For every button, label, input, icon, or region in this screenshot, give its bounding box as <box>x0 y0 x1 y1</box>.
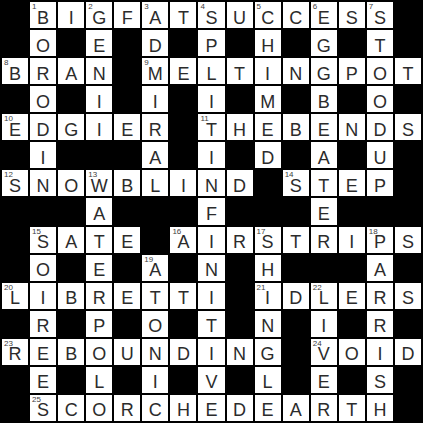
cell-r12c4[interactable]: U <box>114 339 140 365</box>
cell-letter: N <box>261 317 274 335</box>
cell-letter: W <box>91 177 108 195</box>
cell-r2c13[interactable]: O <box>367 58 393 84</box>
cell-r8c7[interactable]: I <box>198 227 224 253</box>
cell-r12c6[interactable]: D <box>170 339 196 365</box>
cell-r7c7[interactable]: F <box>198 198 224 224</box>
cell-r0c4[interactable]: F <box>114 2 140 28</box>
cell-r4c14[interactable]: S <box>395 114 421 140</box>
cell-r8c6[interactable]: 16A <box>170 227 196 253</box>
cell-letter: U <box>121 345 134 363</box>
cell-r13c13[interactable]: S <box>367 367 393 393</box>
cell-letter: U <box>373 149 386 167</box>
cell-r0c5[interactable]: 3A <box>142 2 168 28</box>
cell-r1c5[interactable]: D <box>142 30 168 56</box>
cell-letter: U <box>233 9 246 27</box>
cell-r1c11[interactable]: G <box>311 30 337 56</box>
cell-letter: D <box>233 401 246 419</box>
black-cell-r9c14 <box>395 255 421 281</box>
cell-letter: E <box>262 121 274 139</box>
cell-r5c13[interactable]: U <box>367 142 393 168</box>
clue-number: 23 <box>4 340 13 348</box>
cell-r10c5[interactable]: T <box>142 283 168 309</box>
cell-letter: B <box>9 65 21 83</box>
cell-r0c9[interactable]: 5C <box>255 2 281 28</box>
black-cell-r9c4 <box>114 255 140 281</box>
cell-letter: O <box>373 93 387 111</box>
cell-letter: B <box>318 93 330 111</box>
cell-letter: E <box>177 65 189 83</box>
black-cell-r7c5 <box>142 198 168 224</box>
black-cell-r1c14 <box>395 30 421 56</box>
cell-letter: R <box>37 317 50 335</box>
cell-letter: E <box>121 289 133 307</box>
cell-letter: I <box>153 373 158 391</box>
black-cell-r1c12 <box>339 30 365 56</box>
cell-r8c10[interactable]: T <box>283 227 309 253</box>
cell-letter: R <box>37 65 50 83</box>
cell-letter: T <box>206 121 217 139</box>
cell-r3c5[interactable]: I <box>142 86 168 112</box>
cell-r6c11[interactable]: T <box>311 170 337 196</box>
cell-letter: V <box>205 373 217 391</box>
cell-letter: S <box>402 289 414 307</box>
cell-r8c3[interactable]: T <box>86 227 112 253</box>
cell-letter: E <box>9 121 21 139</box>
cell-letter: L <box>263 373 273 391</box>
cell-r6c8[interactable]: D <box>227 170 253 196</box>
cell-letter: I <box>209 93 214 111</box>
cell-letter: T <box>150 289 161 307</box>
cell-r6c13[interactable]: P <box>367 170 393 196</box>
cell-r3c9[interactable]: M <box>255 86 281 112</box>
cell-r2c2[interactable]: A <box>58 58 84 84</box>
cell-r6c5[interactable]: L <box>142 170 168 196</box>
clue-number: 7 <box>369 3 373 11</box>
cell-r0c2[interactable]: I <box>58 2 84 28</box>
cell-letter: I <box>97 121 102 139</box>
black-cell-r13c8 <box>227 367 253 393</box>
cell-r2c3[interactable]: N <box>86 58 112 84</box>
cell-r6c0[interactable]: 12S <box>2 170 28 196</box>
cell-r11c1[interactable]: R <box>30 311 56 337</box>
cell-letter: T <box>178 289 189 307</box>
cell-r6c6[interactable]: I <box>170 170 196 196</box>
black-cell-r8c5 <box>142 227 168 253</box>
black-cell-r11c2 <box>58 311 84 337</box>
black-cell-r2c4 <box>114 58 140 84</box>
cell-letter: S <box>9 177 21 195</box>
cell-r4c1[interactable]: D <box>30 114 56 140</box>
cell-letter: F <box>206 205 217 223</box>
cell-r12c8[interactable]: N <box>227 339 253 365</box>
cell-r14c8[interactable]: D <box>227 395 253 421</box>
cell-letter: T <box>206 317 217 335</box>
cell-r10c12[interactable]: E <box>339 283 365 309</box>
cell-r13c11[interactable]: E <box>311 367 337 393</box>
black-cell-r4c6 <box>170 114 196 140</box>
cell-r14c7[interactable]: E <box>198 395 224 421</box>
cell-letter: S <box>37 233 49 251</box>
cell-r11c7[interactable]: T <box>198 311 224 337</box>
cell-r14c5[interactable]: C <box>142 395 168 421</box>
cell-letter: N <box>205 261 218 279</box>
cell-r0c3[interactable]: 2G <box>86 2 112 28</box>
black-cell-r11c12 <box>339 311 365 337</box>
cell-r4c8[interactable]: H <box>227 114 253 140</box>
cell-r2c7[interactable]: L <box>198 58 224 84</box>
cell-letter: A <box>65 233 77 251</box>
cell-letter: R <box>317 401 330 419</box>
cell-letter: O <box>92 345 106 363</box>
black-cell-r11c10 <box>283 311 309 337</box>
cell-r8c2[interactable]: A <box>58 227 84 253</box>
cell-r7c3[interactable]: A <box>86 198 112 224</box>
cell-letter: R <box>373 289 386 307</box>
cell-r12c1[interactable]: E <box>30 339 56 365</box>
cell-r1c1[interactable]: O <box>30 30 56 56</box>
black-cell-r5c12 <box>339 142 365 168</box>
black-cell-r5c2 <box>58 142 84 168</box>
cell-letter: C <box>149 401 162 419</box>
black-cell-r3c6 <box>170 86 196 112</box>
cell-r0c10[interactable]: C <box>283 2 309 28</box>
black-cell-r1c4 <box>114 30 140 56</box>
cell-r11c5[interactable]: O <box>142 311 168 337</box>
cell-r8c9[interactable]: 17S <box>255 227 281 253</box>
cell-r2c10[interactable]: N <box>283 58 309 84</box>
cell-r12c9[interactable]: G <box>255 339 281 365</box>
cell-r9c5[interactable]: 19A <box>142 255 168 281</box>
black-cell-r6c14 <box>395 170 421 196</box>
cell-r13c1[interactable]: E <box>30 367 56 393</box>
cell-letter: D <box>373 121 386 139</box>
cell-r6c3[interactable]: 13W <box>86 170 112 196</box>
cell-letter: A <box>290 401 302 419</box>
cell-r0c8[interactable]: U <box>227 2 253 28</box>
cell-letter: T <box>402 65 413 83</box>
cell-r6c4[interactable]: B <box>114 170 140 196</box>
black-cell-r0c0 <box>2 2 28 28</box>
cell-letter: I <box>41 149 46 167</box>
black-cell-r5c6 <box>170 142 196 168</box>
cell-letter: E <box>93 261 105 279</box>
black-cell-r7c0 <box>2 198 28 224</box>
cell-r12c7[interactable]: I <box>198 339 224 365</box>
cell-r12c0[interactable]: 23R <box>2 339 28 365</box>
black-cell-r13c14 <box>395 367 421 393</box>
cell-letter: E <box>346 289 358 307</box>
cell-r0c1[interactable]: 1B <box>30 2 56 28</box>
black-cell-r1c2 <box>58 30 84 56</box>
cell-letter: H <box>261 37 274 55</box>
cell-r8c1[interactable]: 15S <box>30 227 56 253</box>
cell-letter: G <box>92 9 106 27</box>
cell-r3c1[interactable]: O <box>30 86 56 112</box>
cell-r14c13[interactable]: H <box>367 395 393 421</box>
cell-letter: I <box>209 233 214 251</box>
cell-letter: S <box>346 9 358 27</box>
clue-number: 20 <box>4 284 13 292</box>
cell-letter: B <box>65 345 77 363</box>
cell-r12c13[interactable]: I <box>367 339 393 365</box>
cell-r4c10[interactable]: B <box>283 114 309 140</box>
cell-r8c4[interactable]: E <box>114 227 140 253</box>
cell-r8c13[interactable]: 18P <box>367 227 393 253</box>
cell-letter: E <box>318 9 330 27</box>
cell-letter: E <box>318 121 330 139</box>
clue-number: 1 <box>32 3 36 11</box>
clue-number: 4 <box>200 3 204 11</box>
cell-r1c3[interactable]: E <box>86 30 112 56</box>
black-cell-r1c6 <box>170 30 196 56</box>
cell-r14c11[interactable]: R <box>311 395 337 421</box>
cell-r1c7[interactable]: P <box>198 30 224 56</box>
cell-r0c7[interactable]: 4S <box>198 2 224 28</box>
cell-r8c8[interactable]: R <box>227 227 253 253</box>
cell-letter: N <box>149 345 162 363</box>
cell-r5c5[interactable]: A <box>142 142 168 168</box>
cell-r8c12[interactable]: I <box>339 227 365 253</box>
cell-r14c1[interactable]: 25S <box>30 395 56 421</box>
black-cell-r9c8 <box>227 255 253 281</box>
cell-letter: N <box>345 121 358 139</box>
cell-r2c11[interactable]: G <box>311 58 337 84</box>
cell-r2c0[interactable]: 8B <box>2 58 28 84</box>
cell-letter: S <box>374 373 386 391</box>
cell-r10c7[interactable]: I <box>198 283 224 309</box>
clue-number: 6 <box>313 3 317 11</box>
cell-letter: P <box>374 177 386 195</box>
cell-letter: E <box>318 205 330 223</box>
cell-letter: I <box>209 345 214 363</box>
cell-r6c12[interactable]: E <box>339 170 365 196</box>
black-cell-r11c4 <box>114 311 140 337</box>
cell-letter: L <box>10 289 20 307</box>
cell-r9c7[interactable]: N <box>198 255 224 281</box>
cell-letter: O <box>148 317 162 335</box>
cell-r7c11[interactable]: E <box>311 198 337 224</box>
crossword-grid: 1BI2GF3AT4SU5CC6ES7SOEDPHGT8BRAN9MELTING… <box>0 0 423 423</box>
cell-letter: O <box>92 401 106 419</box>
cell-r8c11[interactable]: R <box>311 227 337 253</box>
clue-number: 22 <box>313 284 322 292</box>
cell-letter: C <box>289 9 302 27</box>
cell-letter: P <box>93 317 105 335</box>
cell-r4c12[interactable]: N <box>339 114 365 140</box>
cell-r9c3[interactable]: E <box>86 255 112 281</box>
cell-r2c12[interactable]: P <box>339 58 365 84</box>
cell-letter: C <box>261 9 274 27</box>
cell-r4c4[interactable]: E <box>114 114 140 140</box>
cell-r4c2[interactable]: G <box>58 114 84 140</box>
cell-r11c3[interactable]: P <box>86 311 112 337</box>
cell-r6c2[interactable]: O <box>58 170 84 196</box>
cell-r0c6[interactable]: T <box>170 2 196 28</box>
cell-r0c12[interactable]: S <box>339 2 365 28</box>
clue-number: 19 <box>144 256 153 264</box>
cell-letter: B <box>37 9 49 27</box>
clue-number: 5 <box>257 3 261 11</box>
cell-r10c3[interactable]: R <box>86 283 112 309</box>
cell-letter: D <box>177 345 190 363</box>
cell-r4c0[interactable]: 10E <box>2 114 28 140</box>
black-cell-r3c14 <box>395 86 421 112</box>
cell-letter: A <box>149 9 161 27</box>
cell-r4c5[interactable]: R <box>142 114 168 140</box>
cell-r10c0[interactable]: 20L <box>2 283 28 309</box>
cell-r6c10[interactable]: 14S <box>283 170 309 196</box>
black-cell-r5c4 <box>114 142 140 168</box>
cell-r1c9[interactable]: H <box>255 30 281 56</box>
cell-letter: N <box>37 177 50 195</box>
cell-r10c13[interactable]: R <box>367 283 393 309</box>
cell-letter: I <box>265 289 270 307</box>
cell-r3c13[interactable]: O <box>367 86 393 112</box>
cell-r13c7[interactable]: V <box>198 367 224 393</box>
cell-letter: C <box>65 401 78 419</box>
cell-letter: N <box>205 177 218 195</box>
cell-r10c6[interactable]: T <box>170 283 196 309</box>
cell-r14c9[interactable]: E <box>255 395 281 421</box>
cell-r10c11[interactable]: 22L <box>311 283 337 309</box>
black-cell-r5c8 <box>227 142 253 168</box>
black-cell-r7c1 <box>30 198 56 224</box>
cell-r3c7[interactable]: I <box>198 86 224 112</box>
clue-number: 14 <box>285 171 294 179</box>
cell-r8c14[interactable]: S <box>395 227 421 253</box>
cell-r10c1[interactable]: I <box>30 283 56 309</box>
cell-letter: O <box>64 177 78 195</box>
cell-letter: S <box>402 233 414 251</box>
cell-r2c6[interactable]: E <box>170 58 196 84</box>
cell-r12c11[interactable]: 24V <box>311 339 337 365</box>
cell-r9c13[interactable]: A <box>367 255 393 281</box>
cell-r4c11[interactable]: E <box>311 114 337 140</box>
clue-number: 11 <box>200 115 208 123</box>
cell-r14c4[interactable]: R <box>114 395 140 421</box>
cell-r10c4[interactable]: E <box>114 283 140 309</box>
cell-letter: T <box>234 65 245 83</box>
cell-r6c7[interactable]: N <box>198 170 224 196</box>
black-cell-r9c10 <box>283 255 309 281</box>
cell-r10c9[interactable]: 21I <box>255 283 281 309</box>
black-cell-r3c0 <box>2 86 28 112</box>
cell-r12c12[interactable]: O <box>339 339 365 365</box>
cell-r14c3[interactable]: O <box>86 395 112 421</box>
cell-r3c3[interactable]: I <box>86 86 112 112</box>
cell-letter: T <box>290 233 301 251</box>
cell-r5c11[interactable]: A <box>311 142 337 168</box>
cell-r11c13[interactable]: R <box>367 311 393 337</box>
black-cell-r3c2 <box>58 86 84 112</box>
cell-letter: D <box>289 289 302 307</box>
cell-letter: A <box>374 261 386 279</box>
cell-r9c1[interactable]: O <box>30 255 56 281</box>
cell-r14c6[interactable]: H <box>170 395 196 421</box>
cell-r11c11[interactable]: I <box>311 311 337 337</box>
clue-number: 15 <box>32 228 41 236</box>
cell-r4c7[interactable]: 11T <box>198 114 224 140</box>
black-cell-r1c10 <box>283 30 309 56</box>
cell-r4c13[interactable]: D <box>367 114 393 140</box>
black-cell-r10c8 <box>227 283 253 309</box>
cell-r4c9[interactable]: E <box>255 114 281 140</box>
cell-letter: E <box>121 121 133 139</box>
cell-letter: B <box>290 121 302 139</box>
cell-letter: O <box>345 345 359 363</box>
cell-letter: I <box>321 317 326 335</box>
black-cell-r3c10 <box>283 86 309 112</box>
cell-letter: O <box>36 93 50 111</box>
cell-r4c3[interactable]: I <box>86 114 112 140</box>
cell-letter: B <box>121 177 133 195</box>
cell-r12c2[interactable]: B <box>58 339 84 365</box>
cell-r9c9[interactable]: H <box>255 255 281 281</box>
cell-letter: P <box>346 65 358 83</box>
cell-r10c14[interactable]: S <box>395 283 421 309</box>
black-cell-r13c12 <box>339 367 365 393</box>
cell-r2c14[interactable]: T <box>395 58 421 84</box>
cell-letter: E <box>93 37 105 55</box>
clue-number: 10 <box>4 115 13 123</box>
cell-r2c8[interactable]: T <box>227 58 253 84</box>
cell-r13c5[interactable]: I <box>142 367 168 393</box>
black-cell-r3c4 <box>114 86 140 112</box>
cell-r5c7[interactable]: I <box>198 142 224 168</box>
cell-letter: A <box>65 65 77 83</box>
cell-r11c9[interactable]: N <box>255 311 281 337</box>
cell-letter: H <box>373 401 386 419</box>
cell-letter: R <box>9 345 22 363</box>
cell-r12c5[interactable]: N <box>142 339 168 365</box>
cell-letter: L <box>150 177 160 195</box>
cell-letter: A <box>318 149 330 167</box>
cell-r5c9[interactable]: D <box>255 142 281 168</box>
clue-number: 8 <box>4 59 8 67</box>
cell-r13c9[interactable]: L <box>255 367 281 393</box>
cell-letter: D <box>261 149 274 167</box>
cell-r5c1[interactable]: I <box>30 142 56 168</box>
cell-r12c14[interactable]: D <box>395 339 421 365</box>
cell-r14c2[interactable]: C <box>58 395 84 421</box>
clue-number: 25 <box>32 396 41 404</box>
cell-r2c9[interactable]: I <box>255 58 281 84</box>
cell-r10c10[interactable]: D <box>283 283 309 309</box>
cell-r10c2[interactable]: B <box>58 283 84 309</box>
cell-r2c1[interactable]: R <box>30 58 56 84</box>
black-cell-r6c9 <box>255 170 281 196</box>
cell-letter: V <box>318 345 330 363</box>
cell-r3c11[interactable]: B <box>311 86 337 112</box>
cell-r14c10[interactable]: A <box>283 395 309 421</box>
black-cell-r11c0 <box>2 311 28 337</box>
cell-letter: S <box>374 9 386 27</box>
cell-letter: T <box>346 401 357 419</box>
cell-r14c12[interactable]: T <box>339 395 365 421</box>
cell-letter: E <box>318 373 330 391</box>
cell-r12c3[interactable]: O <box>86 339 112 365</box>
cell-r13c3[interactable]: L <box>86 367 112 393</box>
cell-r1c13[interactable]: T <box>367 30 393 56</box>
cell-letter: H <box>177 401 190 419</box>
cell-r0c13[interactable]: 7S <box>367 2 393 28</box>
cell-r0c11[interactable]: 6E <box>311 2 337 28</box>
clue-number: 12 <box>4 171 13 179</box>
cell-letter: A <box>149 149 161 167</box>
black-cell-r13c4 <box>114 367 140 393</box>
cell-r2c5[interactable]: 9M <box>142 58 168 84</box>
cell-r6c1[interactable]: N <box>30 170 56 196</box>
